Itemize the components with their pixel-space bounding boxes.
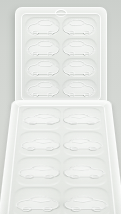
mold-cavity-car: [25, 38, 60, 57]
upper-tray-panel: [21, 13, 101, 101]
mold-cavity-car: [63, 187, 111, 214]
car-shape-icon: [20, 108, 60, 130]
lower-tray-panel: [7, 105, 117, 214]
mold-cavity-car: [20, 108, 60, 130]
mold-cavity-car: [62, 38, 97, 57]
lower-mold-tray: [0, 100, 121, 214]
mold-cavity-car: [25, 79, 60, 98]
mold-cavity-car: [63, 131, 106, 156]
car-shape-icon: [63, 157, 108, 185]
mold-cavity-car: [25, 17, 60, 36]
car-shape-icon: [15, 157, 60, 185]
mold-cavity-car: [63, 157, 108, 185]
mold-cavity-car: [15, 157, 60, 185]
product-photo: [0, 0, 121, 214]
car-shape-icon: [25, 58, 60, 77]
mold-cavity-car: [62, 58, 97, 77]
car-shape-icon: [25, 38, 60, 57]
car-shape-icon: [12, 187, 60, 214]
car-shape-icon: [18, 131, 61, 156]
lower-cavity-grid: [9, 106, 113, 214]
car-shape-icon: [62, 38, 97, 57]
mold-cavity-car: [62, 79, 97, 98]
mold-cavity-car: [62, 17, 97, 36]
car-shape-icon: [63, 108, 103, 130]
mold-cavity-car: [12, 187, 60, 214]
mold-cavity-car: [63, 108, 103, 130]
car-shape-icon: [62, 58, 97, 77]
car-shape-icon: [62, 17, 97, 36]
car-shape-icon: [25, 17, 60, 36]
mold-cavity-car: [18, 131, 61, 156]
car-shape-icon: [62, 79, 97, 98]
car-shape-icon: [63, 187, 111, 214]
upper-mold-tray: [15, 7, 107, 107]
car-shape-icon: [25, 79, 60, 98]
mold-cavity-car: [25, 58, 60, 77]
upper-cavity-grid: [23, 15, 99, 99]
car-shape-icon: [63, 131, 106, 156]
